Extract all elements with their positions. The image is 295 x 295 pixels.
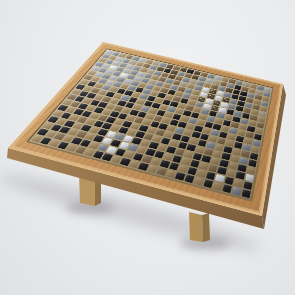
- mosaic-tile: [196, 169, 206, 177]
- studio-photo-scene: [0, 0, 295, 295]
- mosaic-tile: [232, 187, 242, 196]
- mosaic-tile: [194, 177, 204, 186]
- mosaic-grid: [29, 49, 273, 200]
- mosaic-tile: [241, 189, 250, 198]
- mosaic-tile: [213, 182, 223, 191]
- mosaic-panel: [26, 48, 273, 201]
- mosaic-tile: [222, 184, 232, 193]
- mosaic-tile: [206, 172, 216, 180]
- mosaic-tile: [178, 165, 188, 173]
- mosaic-tile: [156, 167, 167, 175]
- mosaic-tile: [184, 174, 194, 183]
- mosaic-tile: [175, 172, 185, 181]
- mosaic-tile: [203, 179, 213, 188]
- mosaic-tile: [215, 174, 225, 182]
- mosaic-tile: [160, 160, 170, 168]
